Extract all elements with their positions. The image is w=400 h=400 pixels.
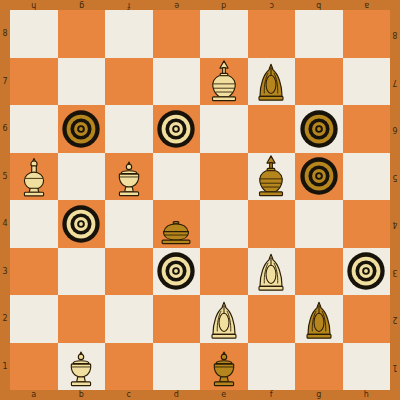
rank-right-2: 2: [390, 295, 400, 343]
file-bottom-c: c: [105, 390, 153, 400]
square-d8[interactable]: [153, 10, 201, 58]
square-g4[interactable]: [295, 200, 343, 248]
square-g2[interactable]: [295, 295, 343, 343]
square-d1[interactable]: [153, 343, 201, 391]
square-d7[interactable]: [153, 58, 201, 106]
square-g3[interactable]: [295, 248, 343, 296]
square-f3[interactable]: [248, 248, 296, 296]
square-c2[interactable]: [105, 295, 153, 343]
rank-right-7: 7: [390, 58, 400, 106]
square-b6[interactable]: [58, 105, 106, 153]
file-top-c: c: [248, 0, 296, 10]
piece-black-bia-pawn[interactable]: [296, 153, 342, 199]
square-b2[interactable]: [58, 295, 106, 343]
file-top-h: h: [10, 0, 58, 10]
board: [10, 10, 390, 390]
piece-black-khon-bishop[interactable]: [296, 296, 342, 342]
square-a6[interactable]: [10, 105, 58, 153]
square-a3[interactable]: [10, 248, 58, 296]
rank-right-1: 1: [390, 343, 400, 391]
file-labels-bottom: abcdefgh: [10, 390, 390, 400]
square-f2[interactable]: [248, 295, 296, 343]
makruk-board-app: hgfedcba abcdefgh 87654321 87654321: [0, 0, 400, 400]
file-bottom-f: f: [248, 390, 296, 400]
rank-labels-left: 87654321: [0, 10, 10, 390]
square-e5[interactable]: [200, 153, 248, 201]
rank-right-5: 5: [390, 153, 400, 201]
piece-white-met-queen[interactable]: [11, 153, 57, 199]
square-e3[interactable]: [200, 248, 248, 296]
file-bottom-e: e: [200, 390, 248, 400]
piece-black-khun-king[interactable]: [248, 153, 294, 199]
rank-left-2: 2: [0, 295, 10, 343]
square-g8[interactable]: [295, 10, 343, 58]
rank-left-7: 7: [0, 58, 10, 106]
file-top-d: d: [200, 0, 248, 10]
file-bottom-h: h: [343, 390, 391, 400]
square-e2[interactable]: [200, 295, 248, 343]
file-labels-top: hgfedcba: [10, 0, 390, 10]
square-a1[interactable]: [10, 343, 58, 391]
square-d4[interactable]: [153, 200, 201, 248]
square-c5[interactable]: [105, 153, 153, 201]
square-c6[interactable]: [105, 105, 153, 153]
file-top-f: f: [105, 0, 153, 10]
file-bottom-d: d: [153, 390, 201, 400]
rank-labels-right: 87654321: [390, 10, 400, 390]
rank-right-8: 8: [390, 10, 400, 58]
square-c8[interactable]: [105, 10, 153, 58]
square-c4[interactable]: [105, 200, 153, 248]
piece-black-bia-pawn[interactable]: [296, 106, 342, 152]
square-a4[interactable]: [10, 200, 58, 248]
piece-black-ruea-rook[interactable]: [201, 343, 247, 389]
rank-left-5: 5: [0, 153, 10, 201]
square-d2[interactable]: [153, 295, 201, 343]
square-g1[interactable]: [295, 343, 343, 391]
square-a8[interactable]: [10, 10, 58, 58]
rank-right-6: 6: [390, 105, 400, 153]
piece-white-khun-king[interactable]: [201, 58, 247, 104]
rank-left-3: 3: [0, 248, 10, 296]
square-h3[interactable]: [343, 248, 391, 296]
piece-black-bia-pawn[interactable]: [58, 106, 104, 152]
square-e8[interactable]: [200, 10, 248, 58]
piece-white-ruea-rook[interactable]: [58, 343, 104, 389]
piece-white-khon-bishop[interactable]: [248, 248, 294, 294]
square-b5[interactable]: [58, 153, 106, 201]
square-h2[interactable]: [343, 295, 391, 343]
square-h4[interactable]: [343, 200, 391, 248]
square-b7[interactable]: [58, 58, 106, 106]
square-c1[interactable]: [105, 343, 153, 391]
piece-black-met-queen-promoted[interactable]: [153, 201, 199, 247]
square-g7[interactable]: [295, 58, 343, 106]
file-bottom-b: b: [58, 390, 106, 400]
piece-white-bia-pawn[interactable]: [58, 201, 104, 247]
square-h5[interactable]: [343, 153, 391, 201]
piece-black-khon-bishop[interactable]: [248, 58, 294, 104]
square-a7[interactable]: [10, 58, 58, 106]
square-b1[interactable]: [58, 343, 106, 391]
square-e6[interactable]: [200, 105, 248, 153]
square-a2[interactable]: [10, 295, 58, 343]
file-top-a: a: [343, 0, 391, 10]
square-d3[interactable]: [153, 248, 201, 296]
square-h7[interactable]: [343, 58, 391, 106]
square-d5[interactable]: [153, 153, 201, 201]
square-f7[interactable]: [248, 58, 296, 106]
square-a5[interactable]: [10, 153, 58, 201]
rank-left-4: 4: [0, 200, 10, 248]
file-top-e: e: [153, 0, 201, 10]
rank-right-3: 3: [390, 248, 400, 296]
file-bottom-g: g: [295, 390, 343, 400]
square-d6[interactable]: [153, 105, 201, 153]
piece-white-khon-bishop[interactable]: [201, 296, 247, 342]
square-h6[interactable]: [343, 105, 391, 153]
square-g6[interactable]: [295, 105, 343, 153]
square-h1[interactable]: [343, 343, 391, 391]
square-e7[interactable]: [200, 58, 248, 106]
piece-white-ruea-rook[interactable]: [106, 153, 152, 199]
square-c3[interactable]: [105, 248, 153, 296]
square-b3[interactable]: [58, 248, 106, 296]
square-g5[interactable]: [295, 153, 343, 201]
file-bottom-a: a: [10, 390, 58, 400]
square-f4[interactable]: [248, 200, 296, 248]
square-f6[interactable]: [248, 105, 296, 153]
rank-left-6: 6: [0, 105, 10, 153]
square-f5[interactable]: [248, 153, 296, 201]
file-top-b: b: [295, 0, 343, 10]
rank-left-8: 8: [0, 10, 10, 58]
square-e1[interactable]: [200, 343, 248, 391]
piece-white-bia-pawn[interactable]: [153, 106, 199, 152]
square-b4[interactable]: [58, 200, 106, 248]
file-top-g: g: [58, 0, 106, 10]
square-f8[interactable]: [248, 10, 296, 58]
piece-white-bia-pawn[interactable]: [343, 248, 389, 294]
rank-left-1: 1: [0, 343, 10, 391]
square-f1[interactable]: [248, 343, 296, 391]
piece-white-bia-pawn[interactable]: [153, 248, 199, 294]
rank-right-4: 4: [390, 200, 400, 248]
square-b8[interactable]: [58, 10, 106, 58]
square-e4[interactable]: [200, 200, 248, 248]
square-c7[interactable]: [105, 58, 153, 106]
square-h8[interactable]: [343, 10, 391, 58]
